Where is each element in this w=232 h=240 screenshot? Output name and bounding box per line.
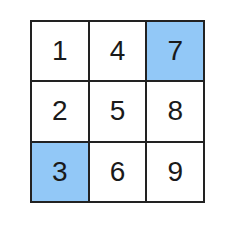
grid-cell[interactable]: 6 bbox=[90, 143, 146, 201]
grid-cell[interactable]: 8 bbox=[147, 82, 203, 140]
grid-cell[interactable]: 2 bbox=[32, 82, 88, 140]
grid-cell[interactable]: 4 bbox=[90, 22, 146, 80]
grid-cell-highlighted[interactable]: 3 bbox=[32, 143, 88, 201]
grid-cell-highlighted[interactable]: 7 bbox=[147, 22, 203, 80]
grid-cell[interactable]: 9 bbox=[147, 143, 203, 201]
number-grid-board: 1 4 7 2 5 8 3 6 9 bbox=[30, 20, 205, 203]
grid-cell[interactable]: 5 bbox=[90, 82, 146, 140]
grid-cell[interactable]: 1 bbox=[32, 22, 88, 80]
